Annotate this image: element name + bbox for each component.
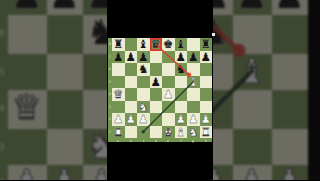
bg-square-h2: ♟: [271, 165, 309, 180]
bg-white-queen: ♛: [11, 89, 42, 127]
rank-coordinates: 87654321: [108, 38, 112, 138]
white-pawn[interactable]: ♟: [163, 88, 173, 101]
bg-square-a6: [8, 15, 46, 53]
bg-square-g4: [233, 90, 271, 128]
bg-square-h7: ♟: [271, 0, 309, 15]
file-coordinates: abcdefgh: [112, 138, 212, 142]
bg-square-a7: ♟: [8, 0, 46, 15]
square-d5[interactable]: ♟: [150, 76, 163, 89]
bg-black-pawn: ♟: [11, 0, 42, 14]
square-b7[interactable]: ♟: [125, 51, 138, 64]
file-label-e: e: [162, 138, 175, 144]
video-ui-dot: [212, 33, 215, 36]
bg-square-b4: [46, 90, 84, 128]
square-d4[interactable]: [150, 88, 163, 101]
bg-square-h4: [271, 90, 309, 128]
bg-white-pawn: ♟: [236, 164, 267, 181]
file-label-f: f: [175, 138, 188, 144]
bg-rank-label-7: 7: [0, 0, 8, 15]
bg-square-h5: [271, 53, 309, 91]
square-b2[interactable]: ♟: [125, 113, 138, 126]
square-a7[interactable]: ♟: [112, 51, 125, 64]
bg-square-h3: [271, 128, 309, 166]
white-king[interactable]: ♚: [163, 125, 173, 138]
bg-square-g5: ♝: [233, 53, 271, 91]
square-c2[interactable]: ♟: [137, 113, 150, 126]
bg-square-a5: [8, 53, 46, 91]
square-g1[interactable]: ♞: [187, 126, 200, 139]
bg-rank-label-4: 4: [0, 90, 8, 128]
square-e4[interactable]: ♟: [162, 88, 175, 101]
bg-white-pawn: ♟: [11, 164, 42, 181]
square-h6[interactable]: [200, 63, 213, 76]
rank-label-7: 7: [108, 51, 112, 64]
square-a1[interactable]: ♜: [112, 126, 125, 139]
black-knight[interactable]: ♞: [176, 63, 186, 76]
bg-square-g6: [233, 15, 271, 53]
square-d2[interactable]: [150, 113, 163, 126]
square-c1[interactable]: [137, 126, 150, 139]
square-d8[interactable]: ♛: [150, 38, 163, 51]
rank-label-1: 1: [108, 126, 112, 139]
bg-rank-label-6: 6: [0, 15, 8, 53]
black-pawn[interactable]: ♟: [126, 50, 136, 63]
square-h4[interactable]: [200, 88, 213, 101]
bg-square-b5: [46, 53, 84, 91]
bg-rank-label-5: 5: [0, 53, 8, 91]
rank-label-6: 6: [108, 63, 112, 76]
black-knight[interactable]: ♞: [138, 63, 148, 76]
square-f1[interactable]: ♝: [175, 126, 188, 139]
rank-label-5: 5: [108, 76, 112, 89]
square-a4[interactable]: ♛: [112, 88, 125, 101]
bg-square-b6: [46, 15, 84, 53]
square-h5[interactable]: [200, 76, 213, 89]
black-pawn[interactable]: ♟: [151, 75, 161, 88]
bg-square-b7: ♟: [46, 0, 84, 15]
white-knight[interactable]: ♞: [188, 125, 198, 138]
square-c6[interactable]: ♞: [137, 63, 150, 76]
square-e7[interactable]: [162, 51, 175, 64]
bg-rank-label-3: 3: [0, 128, 8, 166]
square-e1[interactable]: ♚: [162, 126, 175, 139]
rank-label-3: 3: [108, 101, 112, 114]
bg-square-a2: ♟: [8, 165, 46, 180]
bg-black-pawn: ♟: [236, 0, 267, 14]
video-frame: ♜♝♛♚♝♜♟♟♟♟♟♟♞♞♟♝♛♟♞♟♟♟♟♟♟♜♚♝♞♜87654321ab…: [0, 0, 320, 180]
square-d7[interactable]: [150, 51, 163, 64]
black-pawn[interactable]: ♟: [188, 50, 198, 63]
bg-square-a4: ♛: [8, 90, 46, 128]
square-g7[interactable]: ♟: [187, 51, 200, 64]
square-b1[interactable]: [125, 126, 138, 139]
bg-square-b3: [46, 128, 84, 166]
file-label-b: b: [125, 138, 138, 144]
chess-board: ♜♝♛♚♝♜♟♟♟♟♟♟♞♞♟♝♛♟♞♟♟♟♟♟♟♜♚♝♞♜87654321ab…: [108, 38, 212, 142]
file-label-c: c: [137, 138, 150, 144]
white-queen[interactable]: ♛: [113, 88, 123, 101]
white-rook[interactable]: ♜: [113, 125, 123, 138]
bg-white-pawn: ♟: [274, 164, 305, 181]
bg-white-pawn: ♟: [49, 164, 80, 181]
white-pawn[interactable]: ♟: [138, 113, 148, 126]
black-pawn[interactable]: ♟: [201, 50, 211, 63]
square-h1[interactable]: ♜: [200, 126, 213, 139]
bg-square-g7: ♟: [233, 0, 271, 15]
white-rook[interactable]: ♜: [201, 125, 211, 138]
bg-rank-label-2: 2: [0, 165, 8, 180]
rank-label-4: 4: [108, 88, 112, 101]
square-f5[interactable]: [175, 76, 188, 89]
bg-square-g3: [233, 128, 271, 166]
white-bishop[interactable]: ♝: [188, 75, 198, 88]
square-d1[interactable]: [150, 126, 163, 139]
coordinate-corner: [108, 138, 112, 142]
white-pawn[interactable]: ♟: [126, 113, 136, 126]
square-e6[interactable]: [162, 63, 175, 76]
square-g4[interactable]: [187, 88, 200, 101]
black-king[interactable]: ♚: [163, 38, 173, 51]
square-b6[interactable]: [125, 63, 138, 76]
square-f6[interactable]: ♞: [175, 63, 188, 76]
file-label-a: a: [112, 138, 125, 144]
bg-black-pawn: ♟: [274, 0, 305, 14]
square-g5[interactable]: ♝: [187, 76, 200, 89]
bg-square-b2: ♟: [46, 165, 84, 180]
square-e8[interactable]: ♚: [162, 38, 175, 51]
square-f4[interactable]: [175, 88, 188, 101]
bg-white-bishop: ♝: [236, 51, 267, 89]
file-label-g: g: [187, 138, 200, 144]
bg-square-h6: [271, 15, 309, 53]
bg-rank-coordinates: 87654321: [0, 0, 8, 180]
bg-black-pawn: ♟: [49, 0, 80, 14]
black-queen[interactable]: ♛: [151, 38, 161, 51]
square-d3[interactable]: [150, 101, 163, 114]
square-b4[interactable]: [125, 88, 138, 101]
black-pawn[interactable]: ♟: [113, 50, 123, 63]
square-e3[interactable]: [162, 101, 175, 114]
bg-square-g2: ♟: [233, 165, 271, 180]
white-bishop[interactable]: ♝: [176, 125, 186, 138]
square-c5[interactable]: [137, 76, 150, 89]
rank-label-2: 2: [108, 113, 112, 126]
square-b5[interactable]: [125, 76, 138, 89]
file-label-d: d: [150, 138, 163, 144]
square-h7[interactable]: ♟: [200, 51, 213, 64]
bg-square-a3: [8, 128, 46, 166]
rank-label-8: 8: [108, 38, 112, 51]
board-grid: ♜♝♛♚♝♜♟♟♟♟♟♟♞♞♟♝♛♟♞♟♟♟♟♟♟♜♚♝♞♜: [112, 38, 212, 138]
file-label-h: h: [200, 138, 213, 144]
square-a6[interactable]: [112, 63, 125, 76]
